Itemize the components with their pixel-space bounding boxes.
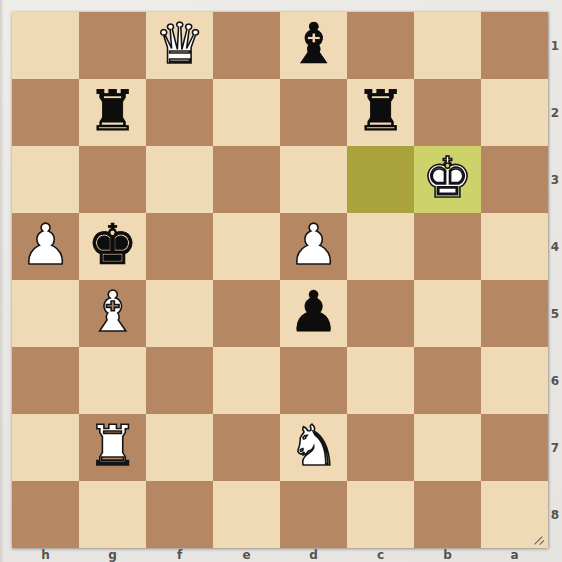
square-b5[interactable] xyxy=(414,280,481,347)
piece-black-bishop-d1[interactable]: ♝ xyxy=(288,10,338,77)
file-coordinate-labels: hgfedcba xyxy=(12,547,548,562)
square-b3[interactable]: ♚ xyxy=(414,146,481,213)
file-label-f: f xyxy=(146,547,213,562)
square-a3[interactable] xyxy=(481,146,548,213)
square-h1[interactable] xyxy=(12,12,79,79)
piece-white-knight-d7[interactable]: ♞ xyxy=(288,412,338,479)
square-e3[interactable] xyxy=(213,146,280,213)
square-h7[interactable] xyxy=(12,414,79,481)
square-d4[interactable]: ♟ xyxy=(280,213,347,280)
piece-black-pawn-d5[interactable]: ♟ xyxy=(288,278,338,345)
square-h3[interactable] xyxy=(12,146,79,213)
square-f5[interactable] xyxy=(146,280,213,347)
file-label-c: c xyxy=(347,547,414,562)
file-label-h: h xyxy=(12,547,79,562)
square-b4[interactable] xyxy=(414,213,481,280)
square-e1[interactable] xyxy=(213,12,280,79)
piece-black-king-g4[interactable]: ♚ xyxy=(87,211,137,278)
square-f2[interactable] xyxy=(146,79,213,146)
rank-coordinate-labels: 12345678 xyxy=(548,12,562,548)
square-g1[interactable] xyxy=(79,12,146,79)
piece-white-queen-f1[interactable]: ♛ xyxy=(154,10,204,77)
rank-label-5: 5 xyxy=(548,280,562,347)
square-e4[interactable] xyxy=(213,213,280,280)
square-c1[interactable] xyxy=(347,12,414,79)
square-f1[interactable]: ♛ xyxy=(146,12,213,79)
resize-grip-icon[interactable] xyxy=(533,533,547,547)
square-d3[interactable] xyxy=(280,146,347,213)
square-d1[interactable]: ♝ xyxy=(280,12,347,79)
square-e2[interactable] xyxy=(213,79,280,146)
square-g7[interactable]: ♜ xyxy=(79,414,146,481)
square-e7[interactable] xyxy=(213,414,280,481)
square-h5[interactable] xyxy=(12,280,79,347)
square-h4[interactable]: ♟ xyxy=(12,213,79,280)
square-e8[interactable] xyxy=(213,481,280,548)
square-a6[interactable] xyxy=(481,347,548,414)
square-g6[interactable] xyxy=(79,347,146,414)
square-d2[interactable] xyxy=(280,79,347,146)
square-g2[interactable]: ♜ xyxy=(79,79,146,146)
square-c8[interactable] xyxy=(347,481,414,548)
square-b6[interactable] xyxy=(414,347,481,414)
square-g5[interactable]: ♝ xyxy=(79,280,146,347)
square-f8[interactable] xyxy=(146,481,213,548)
square-c2[interactable]: ♜ xyxy=(347,79,414,146)
square-c5[interactable] xyxy=(347,280,414,347)
square-b7[interactable] xyxy=(414,414,481,481)
rank-label-6: 6 xyxy=(548,347,562,414)
square-d5[interactable]: ♟ xyxy=(280,280,347,347)
piece-white-pawn-d4[interactable]: ♟ xyxy=(288,211,338,278)
square-g3[interactable] xyxy=(79,146,146,213)
square-f3[interactable] xyxy=(146,146,213,213)
square-e6[interactable] xyxy=(213,347,280,414)
window-edge-decoration xyxy=(0,0,4,562)
square-c4[interactable] xyxy=(347,213,414,280)
piece-white-king-b3[interactable]: ♚ xyxy=(422,144,472,211)
square-c7[interactable] xyxy=(347,414,414,481)
piece-white-rook-g7[interactable]: ♜ xyxy=(87,412,137,479)
square-a1[interactable] xyxy=(481,12,548,79)
rank-label-2: 2 xyxy=(548,79,562,146)
square-g4[interactable]: ♚ xyxy=(79,213,146,280)
chess-board: ♛♝♜♜♚♟♚♟♝♟♜♞ xyxy=(12,12,548,548)
square-b1[interactable] xyxy=(414,12,481,79)
square-a2[interactable] xyxy=(481,79,548,146)
square-h2[interactable] xyxy=(12,79,79,146)
square-e5[interactable] xyxy=(213,280,280,347)
square-d8[interactable] xyxy=(280,481,347,548)
rank-label-4: 4 xyxy=(548,213,562,280)
rank-label-1: 1 xyxy=(548,12,562,79)
square-b8[interactable] xyxy=(414,481,481,548)
square-c3[interactable] xyxy=(347,146,414,213)
rank-label-8: 8 xyxy=(548,481,562,548)
square-f7[interactable] xyxy=(146,414,213,481)
piece-black-rook-c2[interactable]: ♜ xyxy=(355,77,405,144)
resize-grip-line xyxy=(539,540,544,545)
square-g8[interactable] xyxy=(79,481,146,548)
rank-label-3: 3 xyxy=(548,146,562,213)
square-a5[interactable] xyxy=(481,280,548,347)
piece-white-bishop-g5[interactable]: ♝ xyxy=(87,278,137,345)
square-h6[interactable] xyxy=(12,347,79,414)
piece-black-rook-g2[interactable]: ♜ xyxy=(87,77,137,144)
piece-white-pawn-h4[interactable]: ♟ xyxy=(20,211,70,278)
square-f4[interactable] xyxy=(146,213,213,280)
page-background: ♛♝♜♜♚♟♚♟♝♟♜♞ hgfedcba 12345678 xyxy=(0,0,562,562)
file-label-a: a xyxy=(481,547,548,562)
square-d7[interactable]: ♞ xyxy=(280,414,347,481)
square-d6[interactable] xyxy=(280,347,347,414)
square-h8[interactable] xyxy=(12,481,79,548)
square-c6[interactable] xyxy=(347,347,414,414)
file-label-g: g xyxy=(79,547,146,562)
file-label-b: b xyxy=(414,547,481,562)
rank-label-7: 7 xyxy=(548,414,562,481)
square-a4[interactable] xyxy=(481,213,548,280)
square-a7[interactable] xyxy=(481,414,548,481)
file-label-e: e xyxy=(213,547,280,562)
square-f6[interactable] xyxy=(146,347,213,414)
file-label-d: d xyxy=(280,547,347,562)
square-b2[interactable] xyxy=(414,79,481,146)
